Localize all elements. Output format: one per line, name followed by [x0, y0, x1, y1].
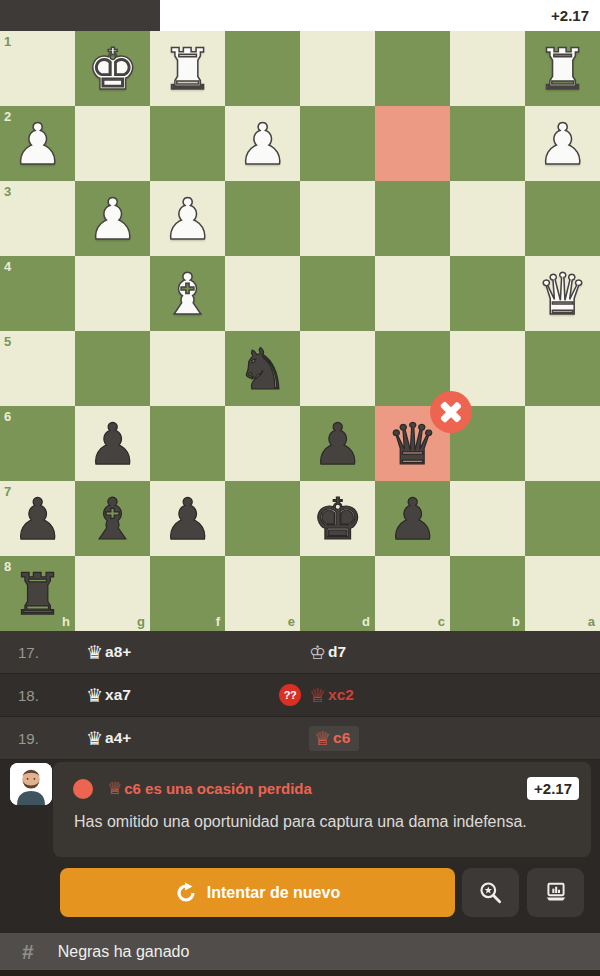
- square-h3[interactable]: 3: [0, 181, 75, 256]
- file-label-g: g: [137, 614, 145, 629]
- move-row-18[interactable]: 18. ♛ xa7 ?? ♕ xc2: [0, 674, 600, 717]
- rank-label-4: 4: [4, 259, 11, 274]
- blunder-badge: ??: [279, 684, 301, 706]
- black-bishop-g7[interactable]: ♝: [75, 481, 150, 556]
- retry-button[interactable]: Intentar de nuevo: [60, 868, 455, 917]
- square-b7[interactable]: [450, 481, 525, 556]
- square-d6[interactable]: ♟: [300, 406, 375, 481]
- refresh-icon: [175, 882, 197, 904]
- white-pawn-a2[interactable]: ♟: [525, 106, 600, 181]
- double-question-icon: ??: [279, 684, 301, 706]
- square-a7[interactable]: [525, 481, 600, 556]
- feedback-body: Has omitido una oportunidad para captura…: [74, 813, 571, 831]
- black-move-text: c6: [333, 729, 350, 747]
- square-e6[interactable]: [225, 406, 300, 481]
- evaluation-bar-black-portion: [0, 0, 160, 31]
- selected-move-chip[interactable]: ♕ c6: [309, 726, 359, 751]
- black-move-text: d7: [328, 643, 346, 661]
- file-label-c: c: [438, 614, 445, 629]
- square-g7[interactable]: ♝: [75, 481, 150, 556]
- square-h6[interactable]: 6: [0, 406, 75, 481]
- queen-icon: ♕: [314, 729, 331, 748]
- black-pawn-g6[interactable]: ♟: [75, 406, 150, 481]
- square-d5[interactable]: [300, 331, 375, 406]
- square-e8[interactable]: e: [225, 556, 300, 631]
- square-g4[interactable]: [75, 256, 150, 331]
- move-number: 19.: [0, 730, 68, 747]
- move-number: 17.: [0, 644, 68, 661]
- rank-label-3: 3: [4, 184, 11, 199]
- queen-icon: ♕: [107, 780, 122, 797]
- analysis-search-button[interactable]: [462, 868, 519, 917]
- feedback-card: ♕ c6 es una ocasión perdida +2.17 Has om…: [53, 762, 591, 857]
- square-h1[interactable]: 1: [0, 31, 75, 106]
- square-c4[interactable]: [375, 256, 450, 331]
- square-c8[interactable]: c: [375, 556, 450, 631]
- feedback-title-row: ♕ c6 es una ocasión perdida +2.17: [53, 762, 591, 800]
- black-move[interactable]: ♔ d7: [261, 641, 346, 663]
- square-c7[interactable]: ♟: [375, 481, 450, 556]
- square-f2[interactable]: [150, 106, 225, 181]
- square-h5[interactable]: 5: [0, 331, 75, 406]
- black-move[interactable]: ?? ♕ xc2: [261, 684, 354, 706]
- avatar-image: [10, 763, 52, 805]
- white-pawn-f3[interactable]: ♟: [150, 181, 225, 256]
- engine-computer-icon: [543, 880, 569, 906]
- miss-badge: [279, 727, 301, 749]
- magnifier-star-icon: [478, 880, 504, 906]
- square-g3[interactable]: ♟: [75, 181, 150, 256]
- evaluation-score: +2.17: [551, 0, 589, 31]
- game-status-bar: # Negras ha ganado: [0, 933, 600, 970]
- square-f4[interactable]: ♝: [150, 256, 225, 331]
- square-d8[interactable]: d: [300, 556, 375, 631]
- white-king-g1[interactable]: ♚: [75, 31, 150, 106]
- move-list: 17. ♛ a8+ ♔ d7 18. ♛ xa7 ?? ♕ xc2: [0, 631, 600, 760]
- file-label-e: e: [288, 614, 295, 629]
- white-move-text: a8+: [105, 643, 131, 661]
- square-a8[interactable]: a: [525, 556, 600, 631]
- square-d4[interactable]: [300, 256, 375, 331]
- square-g1[interactable]: ♚: [75, 31, 150, 106]
- square-d1[interactable]: [300, 31, 375, 106]
- square-g5[interactable]: [75, 331, 150, 406]
- retry-button-label: Intentar de nuevo: [207, 884, 340, 902]
- file-label-a: a: [588, 614, 595, 629]
- black-king-d7[interactable]: ♚: [300, 481, 375, 556]
- black-knight-e5[interactable]: ♞: [225, 331, 300, 406]
- file-label-b: b: [512, 614, 520, 629]
- square-a1[interactable]: ♜: [525, 31, 600, 106]
- square-b8[interactable]: b: [450, 556, 525, 631]
- black-pawn-f7[interactable]: ♟: [150, 481, 225, 556]
- square-e2[interactable]: ♟: [225, 106, 300, 181]
- white-move-text: a4+: [105, 729, 131, 747]
- coach-feedback-panel: ♕ c6 es una ocasión perdida +2.17 Has om…: [0, 760, 600, 858]
- square-f6[interactable]: [150, 406, 225, 481]
- black-pawn-c7[interactable]: ♟: [375, 481, 450, 556]
- white-move[interactable]: ♛ xa7: [68, 686, 261, 705]
- square-e7[interactable]: [225, 481, 300, 556]
- square-a3[interactable]: [525, 181, 600, 256]
- square-a2[interactable]: ♟: [525, 106, 600, 181]
- move-row-17[interactable]: 17. ♛ a8+ ♔ d7: [0, 631, 600, 674]
- white-move-text: xa7: [105, 686, 131, 704]
- square-f7[interactable]: ♟: [150, 481, 225, 556]
- move-number: 18.: [0, 687, 68, 704]
- black-king-icon: ♔: [309, 643, 326, 662]
- white-queen-icon: ♛: [86, 686, 103, 705]
- square-h2[interactable]: 2♟: [0, 106, 75, 181]
- move-row-19[interactable]: 19. ♛ a4+ ♕ c6: [0, 717, 600, 760]
- coach-avatar: [10, 763, 52, 805]
- white-move[interactable]: ♛ a4+: [68, 729, 261, 748]
- square-e3[interactable]: [225, 181, 300, 256]
- square-e4[interactable]: [225, 256, 300, 331]
- square-c3[interactable]: [375, 181, 450, 256]
- x-icon: [430, 391, 472, 433]
- square-h4[interactable]: 4: [0, 256, 75, 331]
- miss-marker-icon: [430, 391, 472, 433]
- bottom-strip: [0, 970, 600, 976]
- black-move[interactable]: ♕ c6: [261, 726, 359, 751]
- file-label-d: d: [362, 614, 370, 629]
- white-queen-a4[interactable]: ♛: [525, 256, 600, 331]
- square-g6[interactable]: ♟: [75, 406, 150, 481]
- square-d2[interactable]: [300, 106, 375, 181]
- square-f5[interactable]: [150, 331, 225, 406]
- black-move-text: xc2: [328, 686, 354, 704]
- evaluation-bar: +2.17: [0, 0, 600, 31]
- white-queen-icon: ♛: [86, 643, 103, 662]
- queen-icon: ♕: [309, 686, 326, 705]
- square-a6[interactable]: [525, 406, 600, 481]
- engine-button[interactable]: [527, 868, 584, 917]
- white-pawn-h2[interactable]: ♟: [0, 106, 75, 181]
- square-e5[interactable]: ♞: [225, 331, 300, 406]
- square-b2[interactable]: [450, 106, 525, 181]
- black-pawn-d6[interactable]: ♟: [300, 406, 375, 481]
- square-b4[interactable]: [450, 256, 525, 331]
- white-move[interactable]: ♛ a8+: [68, 643, 261, 662]
- square-a5[interactable]: [525, 331, 600, 406]
- x-circle-icon: [73, 779, 93, 799]
- square-f3[interactable]: ♟: [150, 181, 225, 256]
- square-c1[interactable]: [375, 31, 450, 106]
- eval-badge: +2.17: [527, 777, 579, 800]
- square-d7[interactable]: ♚: [300, 481, 375, 556]
- file-label-f: f: [216, 614, 220, 629]
- square-d3[interactable]: [300, 181, 375, 256]
- square-g8[interactable]: g: [75, 556, 150, 631]
- rank-label-6: 6: [4, 409, 11, 424]
- rank-label-1: 1: [4, 34, 11, 49]
- square-g2[interactable]: [75, 106, 150, 181]
- square-b3[interactable]: [450, 181, 525, 256]
- white-bishop-f4[interactable]: ♝: [150, 256, 225, 331]
- feedback-title: c6 es una ocasión perdida: [124, 780, 312, 797]
- badge-slot: [279, 641, 301, 663]
- square-a4[interactable]: ♛: [525, 256, 600, 331]
- white-queen-icon: ♛: [86, 729, 103, 748]
- square-h8[interactable]: 8h♜: [0, 556, 75, 631]
- square-h7[interactable]: 7♟: [0, 481, 75, 556]
- rank-label-5: 5: [4, 334, 11, 349]
- chess-board[interactable]: 1♚♜♜2♟♟♟3♟♟4♝♛5♞6♟♟♛7♟♝♟♚♟8h♜gfedcba: [0, 31, 600, 631]
- checkmate-hash-icon: #: [22, 940, 34, 964]
- square-f1[interactable]: ♜: [150, 31, 225, 106]
- square-e1[interactable]: [225, 31, 300, 106]
- white-rook-f1[interactable]: ♜: [150, 31, 225, 106]
- game-result-text: Negras ha ganado: [58, 943, 190, 961]
- square-c2[interactable]: [375, 106, 450, 181]
- black-rook-h8[interactable]: ♜: [0, 556, 75, 631]
- chess-app: +2.17 1♚♜♜2♟♟♟3♟♟4♝♛5♞6♟♟♛7♟♝♟♚♟8h♜gfedc…: [0, 0, 600, 976]
- square-f8[interactable]: f: [150, 556, 225, 631]
- white-pawn-e2[interactable]: ♟: [225, 106, 300, 181]
- white-pawn-g3[interactable]: ♟: [75, 181, 150, 256]
- black-pawn-h7[interactable]: ♟: [0, 481, 75, 556]
- white-rook-a1[interactable]: ♜: [525, 31, 600, 106]
- square-b1[interactable]: [450, 31, 525, 106]
